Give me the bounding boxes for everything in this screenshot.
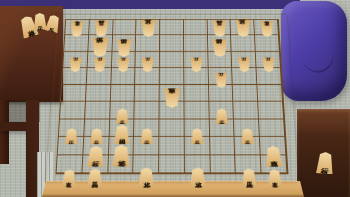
- shogi-board: 香車桂馬金将桂馬金将香車王将銀将銀将歩兵歩兵歩兵歩兵歩兵歩兵歩兵歩兵飛車歩兵歩兵…: [46, 15, 298, 182]
- shogi-piece-king-gote[interactable]: 王将: [91, 38, 109, 57]
- shogi-piece-king-sente[interactable]: 玉将: [111, 145, 130, 167]
- shogi-piece-pawn-gote[interactable]: 歩兵: [141, 58, 154, 72]
- shogi-piece-pawn-sente[interactable]: 歩兵: [115, 109, 129, 124]
- board-grid[interactable]: 香車桂馬金将桂馬金将香車王将銀将銀将歩兵歩兵歩兵歩兵歩兵歩兵歩兵歩兵飛車歩兵歩兵…: [55, 19, 288, 174]
- shogi-room-photo: 香車桂馬金将桂馬金将香車王将銀将銀将歩兵歩兵歩兵歩兵歩兵歩兵歩兵歩兵飛車歩兵歩兵…: [0, 0, 350, 197]
- shogi-piece-silver-sente[interactable]: 銀将: [113, 125, 130, 144]
- shogi-piece-lance-sente[interactable]: 香車: [61, 170, 77, 188]
- shogi-piece-pawn-sente[interactable]: 歩兵: [64, 129, 79, 145]
- shogi-piece-gold-gote[interactable]: 金将: [140, 20, 156, 37]
- shogi-piece-pawn-gote[interactable]: 歩兵: [68, 58, 82, 72]
- shogi-piece-gold-sente[interactable]: 金将: [189, 168, 206, 188]
- shogi-piece-pawn-sente[interactable]: 歩兵: [89, 129, 103, 145]
- shogi-piece-rook-sente[interactable]: 飛車: [264, 146, 283, 167]
- shogi-piece-pawn-sente[interactable]: 歩兵: [190, 129, 204, 145]
- shogi-piece-knight-gote[interactable]: 桂馬: [212, 21, 227, 37]
- shogi-piece-silver-gote[interactable]: 銀将: [212, 39, 228, 56]
- shogi-piece-lance-sente[interactable]: 香車: [267, 170, 283, 188]
- shogi-piece-pawn-gote[interactable]: 歩兵: [190, 58, 203, 72]
- shogi-piece-pawn-sente[interactable]: 歩兵: [140, 129, 154, 145]
- shogi-piece-pawn-gote[interactable]: 歩兵: [238, 58, 252, 72]
- shogi-piece-silver-gote[interactable]: 銀将: [116, 39, 132, 56]
- board-front-edge: [42, 181, 304, 197]
- shogi-piece-rook-gote[interactable]: 飛車: [163, 88, 180, 107]
- shogi-piece-bishop-sente[interactable]: 角行: [86, 146, 105, 167]
- shogi-piece-gold-gote[interactable]: 金将: [235, 20, 251, 37]
- shogi-piece-knight-gote[interactable]: 桂馬: [93, 21, 108, 37]
- shogi-piece-pawn-sente[interactable]: 歩兵: [240, 129, 254, 145]
- shogi-piece-pawn-gote[interactable]: 歩兵: [117, 58, 131, 72]
- shogi-piece-knight-sente[interactable]: 桂馬: [241, 169, 258, 188]
- shogi-piece-lance-gote[interactable]: 香車: [259, 21, 274, 36]
- shogi-piece-pawn-gote[interactable]: 歩兵: [93, 58, 107, 72]
- shogi-piece-pawn-sente[interactable]: 歩兵: [215, 109, 229, 124]
- shogi-piece-lance-gote[interactable]: 香車: [70, 21, 85, 36]
- shogi-piece-pawn-gote[interactable]: 歩兵: [214, 73, 228, 88]
- shogi-piece-gold-sente[interactable]: 金将: [138, 168, 155, 188]
- shogi-piece-pawn-gote[interactable]: 歩兵: [262, 58, 276, 72]
- shogi-piece-knight-sente[interactable]: 桂馬: [86, 169, 103, 188]
- side-table-leg: [0, 100, 9, 164]
